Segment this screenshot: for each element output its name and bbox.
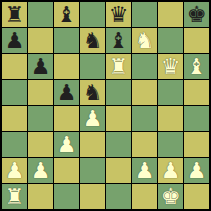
square-e1[interactable]: [106, 184, 131, 209]
square-b5[interactable]: [28, 80, 53, 105]
square-c8[interactable]: ♝: [54, 2, 79, 27]
square-h3[interactable]: [184, 132, 209, 157]
square-h7[interactable]: [184, 28, 209, 53]
white-pawn-piece[interactable]: ♟: [2, 158, 27, 183]
square-b1[interactable]: [28, 184, 53, 209]
white-rook-piece[interactable]: ♜: [106, 54, 131, 79]
white-pawn-piece[interactable]: ♟: [158, 158, 183, 183]
square-g6[interactable]: ♛: [158, 54, 183, 79]
square-c6[interactable]: [54, 54, 79, 79]
square-d8[interactable]: [80, 2, 105, 27]
square-e3[interactable]: [106, 132, 131, 157]
white-rook-piece[interactable]: ♜: [2, 184, 27, 209]
black-rook-piece[interactable]: ♜: [2, 2, 27, 27]
square-a4[interactable]: [2, 106, 27, 131]
square-b4[interactable]: [28, 106, 53, 131]
square-d5[interactable]: ♞: [80, 80, 105, 105]
white-knight-piece[interactable]: ♞: [132, 28, 157, 53]
square-d3[interactable]: [80, 132, 105, 157]
square-h6[interactable]: ♝: [184, 54, 209, 79]
white-pawn-piece[interactable]: ♟: [184, 158, 209, 183]
square-b3[interactable]: [28, 132, 53, 157]
square-a7[interactable]: ♟: [2, 28, 27, 53]
white-queen-piece[interactable]: ♛: [158, 54, 183, 79]
white-bishop-piece[interactable]: ♝: [184, 54, 209, 79]
square-e7[interactable]: ♝: [106, 28, 131, 53]
square-g7[interactable]: [158, 28, 183, 53]
square-g5[interactable]: [158, 80, 183, 105]
square-e2[interactable]: [106, 158, 131, 183]
black-knight-piece[interactable]: ♞: [80, 80, 105, 105]
white-pawn-piece[interactable]: ♟: [54, 132, 79, 157]
square-e6[interactable]: ♜: [106, 54, 131, 79]
square-a5[interactable]: [2, 80, 27, 105]
black-knight-piece[interactable]: ♞: [80, 28, 105, 53]
black-pawn-piece[interactable]: ♟: [54, 80, 79, 105]
black-pawn-piece[interactable]: ♟: [28, 54, 53, 79]
black-pawn-piece[interactable]: ♟: [2, 28, 27, 53]
square-c5[interactable]: ♟: [54, 80, 79, 105]
square-h1[interactable]: [184, 184, 209, 209]
square-e5[interactable]: [106, 80, 131, 105]
square-g3[interactable]: [158, 132, 183, 157]
square-c7[interactable]: [54, 28, 79, 53]
square-a2[interactable]: ♟: [2, 158, 27, 183]
square-a8[interactable]: ♜: [2, 2, 27, 27]
chess-board: ♜♝♛♚♟♞♝♞♟♜♛♝♟♞♟♟♟♟♟♟♟♜♚: [0, 0, 211, 211]
square-g1[interactable]: ♚: [158, 184, 183, 209]
square-f2[interactable]: ♟: [132, 158, 157, 183]
black-bishop-piece[interactable]: ♝: [106, 28, 131, 53]
square-g4[interactable]: [158, 106, 183, 131]
white-pawn-piece[interactable]: ♟: [80, 106, 105, 131]
square-e4[interactable]: [106, 106, 131, 131]
square-d7[interactable]: ♞: [80, 28, 105, 53]
white-pawn-piece[interactable]: ♟: [132, 158, 157, 183]
white-pawn-piece[interactable]: ♟: [28, 158, 53, 183]
square-g2[interactable]: ♟: [158, 158, 183, 183]
square-b8[interactable]: [28, 2, 53, 27]
square-b2[interactable]: ♟: [28, 158, 53, 183]
black-king-piece[interactable]: ♚: [184, 2, 209, 27]
square-f8[interactable]: [132, 2, 157, 27]
square-e8[interactable]: ♛: [106, 2, 131, 27]
square-f6[interactable]: [132, 54, 157, 79]
square-f1[interactable]: [132, 184, 157, 209]
square-b7[interactable]: [28, 28, 53, 53]
square-g8[interactable]: [158, 2, 183, 27]
square-c3[interactable]: ♟: [54, 132, 79, 157]
square-c1[interactable]: [54, 184, 79, 209]
black-bishop-piece[interactable]: ♝: [54, 2, 79, 27]
square-d2[interactable]: [80, 158, 105, 183]
square-f7[interactable]: ♞: [132, 28, 157, 53]
square-f5[interactable]: [132, 80, 157, 105]
square-a1[interactable]: ♜: [2, 184, 27, 209]
square-a3[interactable]: [2, 132, 27, 157]
square-c4[interactable]: [54, 106, 79, 131]
white-king-piece[interactable]: ♚: [158, 184, 183, 209]
square-h4[interactable]: [184, 106, 209, 131]
square-d1[interactable]: [80, 184, 105, 209]
black-queen-piece[interactable]: ♛: [106, 2, 131, 27]
square-d6[interactable]: [80, 54, 105, 79]
square-h2[interactable]: ♟: [184, 158, 209, 183]
square-f4[interactable]: [132, 106, 157, 131]
square-d4[interactable]: ♟: [80, 106, 105, 131]
square-h5[interactable]: [184, 80, 209, 105]
square-h8[interactable]: ♚: [184, 2, 209, 27]
square-c2[interactable]: [54, 158, 79, 183]
square-f3[interactable]: [132, 132, 157, 157]
square-a6[interactable]: [2, 54, 27, 79]
square-b6[interactable]: ♟: [28, 54, 53, 79]
